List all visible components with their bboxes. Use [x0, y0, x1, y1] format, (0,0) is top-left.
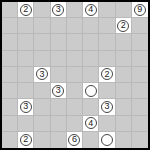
grid-cell[interactable]	[2, 99, 18, 115]
grid-cell[interactable]	[18, 34, 34, 50]
grid-cell[interactable]	[83, 51, 99, 67]
clue-cell: 2	[18, 2, 34, 18]
grid-cell[interactable]	[83, 99, 99, 115]
grid-cell[interactable]	[34, 34, 50, 50]
clue-cell: 4	[83, 2, 99, 18]
grid-cell[interactable]	[2, 116, 18, 132]
grid-cell[interactable]	[34, 99, 50, 115]
clue-circle: 2	[20, 4, 32, 16]
grid-cell[interactable]	[51, 34, 67, 50]
grid-cell[interactable]	[132, 83, 148, 99]
grid-cell[interactable]	[2, 2, 18, 18]
unknown-clue-circle	[101, 134, 113, 146]
grid-cell[interactable]	[34, 132, 50, 148]
clue-circle: 3	[52, 4, 64, 16]
grid-cell[interactable]	[67, 83, 83, 99]
grid-cell[interactable]	[99, 83, 115, 99]
grid-cell[interactable]	[132, 18, 148, 34]
grid-cell[interactable]	[18, 67, 34, 83]
grid-cell[interactable]	[67, 2, 83, 18]
clue-cell: 3	[18, 99, 34, 115]
grid-cell[interactable]	[34, 18, 50, 34]
grid-cell[interactable]	[2, 34, 18, 50]
clue-circle: 3	[101, 101, 113, 113]
puzzle-board: 2349232333426	[0, 0, 150, 150]
grid-cell[interactable]	[2, 18, 18, 34]
clue-cell	[83, 83, 99, 99]
clue-cell: 3	[51, 83, 67, 99]
grid-cell[interactable]	[67, 18, 83, 34]
grid-cell[interactable]	[132, 51, 148, 67]
clue-circle: 3	[52, 85, 64, 97]
grid-cell[interactable]	[51, 116, 67, 132]
clue-cell: 2	[18, 132, 34, 148]
grid-cell[interactable]	[34, 83, 50, 99]
clue-circle: 6	[68, 134, 80, 146]
clue-cell: 2	[116, 18, 132, 34]
grid-cell[interactable]	[116, 2, 132, 18]
grid-cell[interactable]	[51, 51, 67, 67]
grid-cell[interactable]	[132, 132, 148, 148]
clue-cell: 2	[99, 67, 115, 83]
grid-cell[interactable]	[34, 116, 50, 132]
grid-cell[interactable]	[132, 67, 148, 83]
grid-cell[interactable]	[99, 34, 115, 50]
grid-cell[interactable]	[18, 83, 34, 99]
grid-cell[interactable]	[51, 18, 67, 34]
clue-cell: 3	[34, 67, 50, 83]
grid-cell[interactable]	[51, 99, 67, 115]
clue-circle: 4	[85, 117, 97, 129]
grid-cell[interactable]	[51, 67, 67, 83]
clue-circle: 3	[36, 68, 48, 80]
clue-cell: 4	[83, 116, 99, 132]
clue-circle: 4	[85, 4, 97, 16]
grid-cell[interactable]	[67, 116, 83, 132]
clue-circle: 2	[20, 134, 32, 146]
grid-cell[interactable]	[51, 132, 67, 148]
unknown-clue-circle	[85, 85, 97, 97]
grid-cell[interactable]	[99, 51, 115, 67]
grid-cell[interactable]	[99, 18, 115, 34]
clue-cell: 3	[99, 99, 115, 115]
grid-cell[interactable]	[116, 99, 132, 115]
grid-cell[interactable]	[67, 51, 83, 67]
puzzle-board-wrapper: 2349232333426	[0, 0, 150, 150]
grid-cell[interactable]	[2, 132, 18, 148]
grid-cell[interactable]	[67, 67, 83, 83]
grid-cell[interactable]	[67, 34, 83, 50]
grid-cell[interactable]	[116, 34, 132, 50]
grid-cell[interactable]	[132, 99, 148, 115]
grid-cell[interactable]	[18, 51, 34, 67]
grid-cell[interactable]	[116, 83, 132, 99]
grid-cell[interactable]	[116, 116, 132, 132]
grid-cell[interactable]	[132, 116, 148, 132]
grid-cell[interactable]	[116, 132, 132, 148]
grid-cell[interactable]	[2, 67, 18, 83]
grid-cell[interactable]	[83, 67, 99, 83]
grid-cell[interactable]	[132, 34, 148, 50]
clue-cell: 9	[132, 2, 148, 18]
grid-cell[interactable]	[116, 51, 132, 67]
grid-cell[interactable]	[18, 116, 34, 132]
grid-cell[interactable]	[83, 18, 99, 34]
clue-cell	[99, 132, 115, 148]
grid-cell[interactable]	[99, 116, 115, 132]
clue-circle: 9	[134, 4, 146, 16]
grid-cell[interactable]	[34, 51, 50, 67]
grid-cell[interactable]	[34, 2, 50, 18]
clue-cell: 3	[51, 2, 67, 18]
grid-cell[interactable]	[83, 34, 99, 50]
clue-circle: 2	[117, 20, 129, 32]
grid-cell[interactable]	[83, 132, 99, 148]
grid-cell[interactable]	[99, 2, 115, 18]
clue-cell: 6	[67, 132, 83, 148]
clue-circle: 2	[101, 68, 113, 80]
grid-cell[interactable]	[116, 67, 132, 83]
grid-cell[interactable]	[2, 51, 18, 67]
grid-cell[interactable]	[18, 18, 34, 34]
grid-cell[interactable]	[2, 83, 18, 99]
grid-cell[interactable]	[67, 99, 83, 115]
clue-circle: 3	[20, 101, 32, 113]
